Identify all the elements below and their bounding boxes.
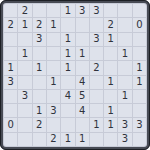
cell-r3c6[interactable] [76, 33, 89, 46]
cell-r1c3[interactable] [33, 4, 46, 17]
cell-r7c6: 5 [76, 90, 89, 103]
cell-r10c7[interactable] [90, 133, 103, 146]
cell-r8c8: 1 [104, 104, 117, 117]
cell-r2c7[interactable] [90, 18, 103, 31]
cell-r3c8: 1 [104, 33, 117, 46]
cell-r5c3: 1 [33, 61, 46, 74]
cell-r8c4: 3 [47, 104, 60, 117]
cell-r3c5: 1 [61, 33, 74, 46]
cell-r1c10[interactable] [133, 4, 146, 17]
cell-r10c10[interactable] [133, 133, 146, 146]
cell-r9c9: 3 [118, 118, 131, 131]
cell-r4c1[interactable] [4, 47, 17, 60]
cell-r8c6: 4 [76, 104, 89, 117]
cell-r2c9[interactable] [118, 18, 131, 31]
cell-r4c10[interactable] [133, 47, 146, 60]
cell-r4c3[interactable] [33, 47, 46, 60]
cell-r10c4: 2 [47, 133, 60, 146]
cell-r10c2[interactable] [18, 133, 31, 146]
cell-r4c5: 1 [61, 47, 74, 60]
cell-r10c1[interactable] [4, 133, 17, 146]
cell-r7c7[interactable] [90, 90, 103, 103]
puzzle-grid: 2133212120313111111112131411345113410211… [4, 4, 146, 146]
cell-r7c8[interactable] [104, 90, 117, 103]
cell-r9c1: 0 [4, 118, 17, 131]
minesweeper-board: 2133212120313111111112131411345113410211… [0, 0, 150, 150]
cell-r7c5: 4 [61, 90, 74, 103]
cell-r7c3[interactable] [33, 90, 46, 103]
cell-r9c7: 1 [90, 118, 103, 131]
cell-r4c4[interactable] [47, 47, 60, 60]
cell-r5c7: 2 [90, 61, 103, 74]
cell-r2c2: 1 [18, 18, 31, 31]
cell-r10c8[interactable] [104, 133, 117, 146]
cell-r8c10[interactable] [133, 104, 146, 117]
cell-r10c5: 1 [61, 133, 74, 146]
cell-r8c9[interactable] [118, 104, 131, 117]
cell-r9c10: 3 [133, 118, 146, 131]
cell-r7c1[interactable] [4, 90, 17, 103]
cell-r2c6[interactable] [76, 18, 89, 31]
cell-r1c4[interactable] [47, 4, 60, 17]
cell-r6c6: 4 [76, 76, 89, 89]
cell-r5c1: 1 [4, 61, 17, 74]
cell-r5c9[interactable] [118, 61, 131, 74]
cell-r10c3[interactable] [33, 133, 46, 146]
cell-r3c2[interactable] [18, 33, 31, 46]
cell-r1c8[interactable] [104, 4, 117, 17]
cell-r9c8: 1 [104, 118, 117, 131]
cell-r2c4: 1 [47, 18, 60, 31]
cell-r9c4[interactable] [47, 118, 60, 131]
cell-r8c7[interactable] [90, 104, 103, 117]
cell-r2c3: 2 [33, 18, 46, 31]
cell-r6c1: 3 [4, 76, 17, 89]
cell-r4c2: 1 [18, 47, 31, 60]
cell-r7c2: 3 [18, 90, 31, 103]
cell-r4c7[interactable] [90, 47, 103, 60]
cell-r4c9: 1 [118, 47, 131, 60]
cell-r6c7[interactable] [90, 76, 103, 89]
cell-r2c5[interactable] [61, 18, 74, 31]
cell-r6c10: 1 [133, 76, 146, 89]
cell-r1c6: 3 [76, 4, 89, 17]
cell-r2c1: 2 [4, 18, 17, 31]
cell-r6c5[interactable] [61, 76, 74, 89]
cell-r2c8: 2 [104, 18, 117, 31]
cell-r1c9[interactable] [118, 4, 131, 17]
cell-r5c2[interactable] [18, 61, 31, 74]
cell-r1c7: 3 [90, 4, 103, 17]
cell-r3c10[interactable] [133, 33, 146, 46]
cell-r9c2[interactable] [18, 118, 31, 131]
cell-r5c8[interactable] [104, 61, 117, 74]
cell-r6c3[interactable] [33, 76, 46, 89]
cell-r6c8: 1 [104, 76, 117, 89]
cell-r9c3: 2 [33, 118, 46, 131]
cell-r5c5: 1 [61, 61, 74, 74]
cell-r1c2: 2 [18, 4, 31, 17]
cell-r9c6[interactable] [76, 118, 89, 131]
cell-r7c10[interactable] [133, 90, 146, 103]
cell-r8c1[interactable] [4, 104, 17, 117]
cell-r5c6[interactable] [76, 61, 89, 74]
cell-r2c10: 0 [133, 18, 146, 31]
cell-r3c3: 3 [33, 33, 46, 46]
cell-r4c6: 1 [76, 47, 89, 60]
cell-r8c5[interactable] [61, 104, 74, 117]
cell-r3c4[interactable] [47, 33, 60, 46]
cell-r7c4[interactable] [47, 90, 60, 103]
cell-r8c3: 1 [33, 104, 46, 117]
cell-r6c4: 1 [47, 76, 60, 89]
cell-r10c6: 1 [76, 133, 89, 146]
cell-r1c5: 1 [61, 4, 74, 17]
cell-r10c9: 3 [118, 133, 131, 146]
cell-r1c1[interactable] [4, 4, 17, 17]
cell-r4c8[interactable] [104, 47, 117, 60]
cell-r9c5[interactable] [61, 118, 74, 131]
cell-r7c9: 1 [118, 90, 131, 103]
cell-r3c9[interactable] [118, 33, 131, 46]
cell-r8c2[interactable] [18, 104, 31, 117]
cell-r6c2[interactable] [18, 76, 31, 89]
cell-r5c10: 1 [133, 61, 146, 74]
cell-r3c7: 3 [90, 33, 103, 46]
cell-r5c4[interactable] [47, 61, 60, 74]
cell-r6c9[interactable] [118, 76, 131, 89]
cell-r3c1[interactable] [4, 33, 17, 46]
